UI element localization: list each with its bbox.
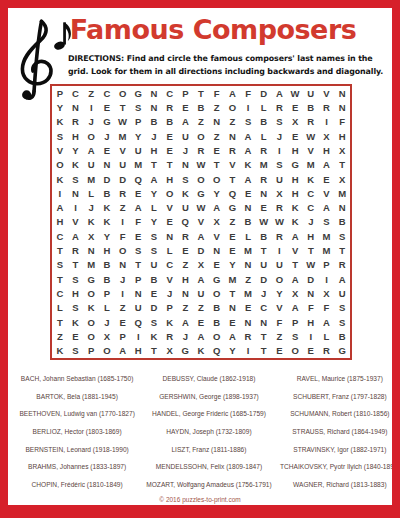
grid-cell[interactable]: R [303,115,319,129]
grid-cell[interactable]: O [52,158,68,172]
grid-cell[interactable]: Z [177,258,193,272]
grid-cell[interactable]: E [225,315,241,329]
grid-cell[interactable]: B [209,301,225,315]
grid-cell[interactable]: C [303,201,319,215]
grid-cell[interactable]: U [334,286,350,300]
grid-cell[interactable]: J [99,129,115,143]
grid-cell[interactable]: H [130,344,146,358]
grid-cell[interactable]: R [162,329,178,343]
grid-cell[interactable]: N [303,286,319,300]
grid-cell[interactable]: Z [115,201,131,215]
grid-cell[interactable]: K [287,215,303,229]
grid-cell[interactable]: Q [130,315,146,329]
grid-cell[interactable]: X [209,215,225,229]
grid-cell[interactable]: U [303,86,319,100]
grid-cell[interactable]: D [303,272,319,286]
grid-cell[interactable]: V [68,215,84,229]
grid-cell[interactable]: E [209,258,225,272]
grid-cell[interactable]: H [287,186,303,200]
grid-cell[interactable]: T [256,243,272,257]
grid-cell[interactable]: O [83,129,99,143]
grid-cell[interactable]: V [303,143,319,157]
grid-cell[interactable]: B [334,329,350,343]
grid-cell[interactable]: V [319,186,335,200]
grid-cell[interactable]: C [68,86,84,100]
grid-cell[interactable]: C [162,86,178,100]
grid-cell[interactable]: M [130,158,146,172]
grid-cell[interactable]: E [115,315,131,329]
grid-cell[interactable]: R [319,344,335,358]
grid-cell[interactable]: X [319,286,335,300]
grid-cell[interactable]: J [83,115,99,129]
grid-cell[interactable]: B [162,115,178,129]
grid-cell[interactable]: O [272,272,288,286]
grid-cell[interactable]: Z [193,301,209,315]
grid-cell[interactable]: O [287,344,303,358]
grid-cell[interactable]: G [99,115,115,129]
grid-cell[interactable]: Y [68,143,84,157]
grid-cell[interactable]: I [83,100,99,114]
grid-cell[interactable]: I [240,344,256,358]
grid-cell[interactable]: N [130,286,146,300]
grid-cell[interactable]: E [68,329,84,343]
grid-cell[interactable]: V [162,272,178,286]
grid-cell[interactable]: H [146,143,162,157]
grid-cell[interactable]: A [193,229,209,243]
grid-cell[interactable]: S [52,258,68,272]
grid-cell[interactable]: U [115,158,131,172]
grid-cell[interactable]: I [130,329,146,343]
grid-cell[interactable]: H [287,143,303,157]
grid-cell[interactable]: N [177,286,193,300]
grid-cell[interactable]: N [177,158,193,172]
grid-cell[interactable]: T [162,158,178,172]
grid-cell[interactable]: N [225,301,241,315]
grid-cell[interactable]: O [209,286,225,300]
grid-cell[interactable]: M [83,258,99,272]
grid-cell[interactable]: C [52,229,68,243]
grid-cell[interactable]: S [334,229,350,243]
grid-cell[interactable]: W [193,158,209,172]
grid-cell[interactable]: Z [52,329,68,343]
grid-cell[interactable]: R [68,115,84,129]
grid-cell[interactable]: P [177,86,193,100]
grid-cell[interactable]: L [319,329,335,343]
grid-cell[interactable]: R [162,100,178,114]
grid-cell[interactable]: G [225,201,241,215]
grid-cell[interactable]: T [209,158,225,172]
grid-cell[interactable]: P [99,286,115,300]
grid-cell[interactable]: T [146,158,162,172]
grid-cell[interactable]: B [146,115,162,129]
grid-cell[interactable]: A [193,272,209,286]
grid-cell[interactable]: B [146,272,162,286]
grid-cell[interactable]: J [146,129,162,143]
grid-cell[interactable]: Z [177,301,193,315]
grid-cell[interactable]: J [83,201,99,215]
grid-cell[interactable]: R [225,143,241,157]
grid-cell[interactable]: D [256,86,272,100]
grid-cell[interactable]: W [272,215,288,229]
grid-cell[interactable]: S [177,172,193,186]
grid-cell[interactable]: O [162,186,178,200]
grid-cell[interactable]: V [287,243,303,257]
grid-cell[interactable]: N [225,129,241,143]
grid-cell[interactable]: R [256,172,272,186]
grid-cell[interactable]: Y [225,344,241,358]
grid-cell[interactable]: L [146,201,162,215]
grid-cell[interactable]: X [319,129,335,143]
grid-cell[interactable]: A [193,329,209,343]
grid-cell[interactable]: K [68,158,84,172]
grid-cell[interactable]: N [240,201,256,215]
grid-cell[interactable]: H [162,172,178,186]
grid-cell[interactable]: K [240,158,256,172]
grid-cell[interactable]: X [334,172,350,186]
grid-cell[interactable]: E [130,229,146,243]
grid-cell[interactable]: A [146,172,162,186]
grid-cell[interactable]: T [68,258,84,272]
grid-cell[interactable]: L [52,301,68,315]
grid-cell[interactable]: V [209,229,225,243]
grid-cell[interactable]: B [334,215,350,229]
grid-cell[interactable]: N [162,229,178,243]
grid-cell[interactable]: N [209,115,225,129]
grid-cell[interactable]: S [68,301,84,315]
grid-cell[interactable]: Z [209,129,225,143]
grid-cell[interactable]: P [319,258,335,272]
grid-cell[interactable]: A [240,143,256,157]
grid-cell[interactable]: I [52,186,68,200]
grid-cell[interactable]: D [146,301,162,315]
grid-cell[interactable]: H [68,286,84,300]
grid-cell[interactable]: E [162,129,178,143]
grid-cell[interactable]: S [130,100,146,114]
grid-cell[interactable]: G [177,344,193,358]
grid-cell[interactable]: I [240,100,256,114]
grid-cell[interactable]: T [334,243,350,257]
grid-cell[interactable]: I [319,272,335,286]
grid-cell[interactable]: F [334,115,350,129]
grid-cell[interactable]: P [130,115,146,129]
grid-cell[interactable]: K [83,301,99,315]
grid-cell[interactable]: A [240,129,256,143]
grid-cell[interactable]: A [287,272,303,286]
grid-cell[interactable]: X [272,186,288,200]
grid-cell[interactable]: H [334,129,350,143]
grid-cell[interactable]: R [272,201,288,215]
grid-cell[interactable]: F [115,229,131,243]
grid-cell[interactable]: T [225,172,241,186]
grid-cell[interactable]: N [99,158,115,172]
grid-cell[interactable]: R [68,243,84,257]
grid-cell[interactable]: J [303,215,319,229]
grid-cell[interactable]: N [334,201,350,215]
grid-cell[interactable]: Y [146,215,162,229]
grid-cell[interactable]: E [240,301,256,315]
grid-cell[interactable]: V [193,215,209,229]
grid-cell[interactable]: K [287,201,303,215]
grid-cell[interactable]: G [334,344,350,358]
grid-cell[interactable]: A [319,315,335,329]
grid-cell[interactable]: Q [177,215,193,229]
grid-cell[interactable]: Y [272,286,288,300]
grid-cell[interactable]: R [115,186,131,200]
grid-cell[interactable]: B [99,272,115,286]
grid-cell[interactable]: M [334,186,350,200]
grid-cell[interactable]: E [287,100,303,114]
grid-cell[interactable]: U [177,129,193,143]
grid-cell[interactable]: C [52,286,68,300]
grid-cell[interactable]: S [319,215,335,229]
grid-cell[interactable]: T [256,329,272,343]
grid-cell[interactable]: S [287,329,303,343]
grid-cell[interactable]: Q [130,172,146,186]
grid-cell[interactable]: G [193,186,209,200]
grid-cell[interactable]: C [162,258,178,272]
grid-cell[interactable]: V [272,301,288,315]
grid-cell[interactable]: X [162,344,178,358]
grid-cell[interactable]: T [334,158,350,172]
grid-cell[interactable]: N [240,258,256,272]
grid-cell[interactable]: M [256,158,272,172]
grid-cell[interactable]: N [68,186,84,200]
grid-cell[interactable]: X [193,258,209,272]
grid-cell[interactable]: N [68,100,84,114]
grid-cell[interactable]: P [162,301,178,315]
grid-cell[interactable]: K [146,329,162,343]
grid-cell[interactable]: Q [209,344,225,358]
grid-cell[interactable]: D [193,243,209,257]
grid-cell[interactable]: L [256,100,272,114]
grid-cell[interactable]: S [146,243,162,257]
grid-cell[interactable]: T [287,258,303,272]
grid-cell[interactable]: X [334,143,350,157]
grid-cell[interactable]: V [162,201,178,215]
grid-cell[interactable]: O [225,100,241,114]
grid-cell[interactable]: B [240,215,256,229]
grid-cell[interactable]: X [99,329,115,343]
grid-cell[interactable]: T [303,243,319,257]
grid-cell[interactable]: F [319,301,335,315]
grid-cell[interactable]: M [319,229,335,243]
grid-cell[interactable]: A [319,158,335,172]
grid-cell[interactable]: E [303,344,319,358]
grid-cell[interactable]: A [68,229,84,243]
grid-cell[interactable]: S [334,301,350,315]
grid-cell[interactable]: K [68,315,84,329]
grid-cell[interactable]: U [83,158,99,172]
grid-cell[interactable]: E [209,143,225,157]
grid-cell[interactable]: G [209,272,225,286]
grid-cell[interactable]: K [52,344,68,358]
grid-cell[interactable]: C [256,301,272,315]
grid-cell[interactable]: B [256,229,272,243]
grid-cell[interactable]: D [99,172,115,186]
grid-cell[interactable]: O [115,86,131,100]
grid-cell[interactable]: W [115,115,131,129]
grid-cell[interactable]: F [272,315,288,329]
grid-cell[interactable]: C [99,86,115,100]
grid-cell[interactable]: D [115,172,131,186]
grid-cell[interactable]: K [177,186,193,200]
grid-cell[interactable]: L [99,301,115,315]
grid-cell[interactable]: Y [146,186,162,200]
grid-cell[interactable]: A [287,301,303,315]
grid-cell[interactable]: W [193,201,209,215]
grid-cell[interactable]: G [83,272,99,286]
grid-cell[interactable]: H [99,243,115,257]
grid-cell[interactable]: O [99,344,115,358]
grid-cell[interactable]: V [115,143,131,157]
grid-cell[interactable]: A [225,86,241,100]
grid-cell[interactable]: T [146,344,162,358]
grid-cell[interactable]: V [319,86,335,100]
grid-cell[interactable]: H [52,215,68,229]
grid-cell[interactable]: Z [225,215,241,229]
grid-cell[interactable]: K [193,344,209,358]
grid-cell[interactable]: S [68,344,84,358]
grid-cell[interactable]: K [303,172,319,186]
grid-cell[interactable]: R [193,143,209,157]
grid-cell[interactable]: K [162,315,178,329]
grid-cell[interactable]: E [272,344,288,358]
grid-cell[interactable]: F [240,86,256,100]
grid-cell[interactable]: T [115,100,131,114]
grid-cell[interactable]: R [334,258,350,272]
grid-cell[interactable]: E [319,172,335,186]
grid-cell[interactable]: Y [99,229,115,243]
grid-cell[interactable]: G [287,158,303,172]
grid-cell[interactable]: S [146,229,162,243]
grid-cell[interactable]: N [240,315,256,329]
grid-cell[interactable]: E [99,143,115,157]
grid-cell[interactable]: A [287,229,303,243]
grid-cell[interactable]: Y [52,100,68,114]
grid-cell[interactable]: E [287,129,303,143]
grid-cell[interactable]: W [303,129,319,143]
grid-cell[interactable]: U [146,258,162,272]
grid-cell[interactable]: S [68,172,84,186]
grid-cell[interactable]: M [319,243,335,257]
grid-cell[interactable]: J [162,286,178,300]
grid-cell[interactable]: T [52,315,68,329]
grid-cell[interactable]: S [240,115,256,129]
grid-cell[interactable]: N [256,315,272,329]
grid-cell[interactable]: L [162,243,178,257]
grid-cell[interactable]: R [256,143,272,157]
grid-cell[interactable]: Z [83,86,99,100]
grid-cell[interactable]: B [99,258,115,272]
grid-cell[interactable]: M [83,172,99,186]
grid-cell[interactable]: E [146,286,162,300]
grid-cell[interactable]: O [115,243,131,257]
grid-cell[interactable]: K [99,201,115,215]
grid-cell[interactable]: U [256,258,272,272]
grid-cell[interactable]: Z [209,100,225,114]
grid-cell[interactable]: A [177,315,193,329]
grid-cell[interactable]: A [130,201,146,215]
grid-cell[interactable]: S [272,115,288,129]
grid-cell[interactable]: W [303,258,319,272]
grid-cell[interactable]: E [225,229,241,243]
grid-cell[interactable]: I [319,115,335,129]
grid-cell[interactable]: N [256,186,272,200]
grid-cell[interactable]: A [334,272,350,286]
grid-cell[interactable]: R [272,100,288,114]
grid-cell[interactable]: M [303,158,319,172]
grid-cell[interactable]: J [99,315,115,329]
grid-cell[interactable]: U [272,172,288,186]
grid-cell[interactable]: O [83,286,99,300]
grid-cell[interactable]: T [52,243,68,257]
grid-cell[interactable]: N [115,258,131,272]
grid-cell[interactable]: T [225,286,241,300]
grid-cell[interactable]: M [115,129,131,143]
grid-cell[interactable]: H [319,143,335,157]
grid-cell[interactable]: V [225,158,241,172]
grid-cell[interactable]: I [272,143,288,157]
grid-cell[interactable]: H [177,272,193,286]
grid-cell[interactable]: E [256,201,272,215]
grid-cell[interactable]: F [303,301,319,315]
grid-cell[interactable]: Z [240,272,256,286]
grid-cell[interactable]: R [319,100,335,114]
grid-cell[interactable]: P [52,86,68,100]
grid-cell[interactable]: Q [225,186,241,200]
grid-cell[interactable]: L [83,186,99,200]
grid-cell[interactable]: A [225,329,241,343]
grid-cell[interactable]: N [209,243,225,257]
grid-cell[interactable]: V [52,143,68,157]
grid-cell[interactable]: F [209,86,225,100]
grid-cell[interactable]: J [256,286,272,300]
grid-cell[interactable]: U [272,258,288,272]
grid-cell[interactable]: I [303,329,319,343]
grid-cell[interactable]: S [272,158,288,172]
grid-cell[interactable]: H [303,315,319,329]
grid-cell[interactable]: M [225,272,241,286]
grid-cell[interactable]: A [272,86,288,100]
grid-cell[interactable]: B [193,100,209,114]
grid-cell[interactable]: N [334,100,350,114]
grid-cell[interactable]: R [272,229,288,243]
grid-cell[interactable]: Z [225,115,241,129]
grid-cell[interactable]: Y [130,129,146,143]
grid-cell[interactable]: I [68,201,84,215]
grid-cell[interactable]: U [130,301,146,315]
grid-cell[interactable]: J [177,143,193,157]
grid-cell[interactable]: Y [209,186,225,200]
grid-cell[interactable]: B [209,315,225,329]
grid-cell[interactable]: S [334,315,350,329]
grid-cell[interactable]: B [256,115,272,129]
grid-cell[interactable]: P [130,272,146,286]
grid-cell[interactable]: H [287,172,303,186]
grid-cell[interactable]: O [83,315,99,329]
grid-cell[interactable]: E [99,100,115,114]
grid-cell[interactable]: S [130,243,146,257]
grid-cell[interactable]: A [83,143,99,157]
grid-cell[interactable]: Z [272,329,288,343]
grid-cell[interactable]: R [240,329,256,343]
grid-cell[interactable]: O [193,172,209,186]
grid-cell[interactable]: X [287,115,303,129]
grid-cell[interactable]: O [209,172,225,186]
grid-cell[interactable]: N [83,243,99,257]
grid-cell[interactable]: I [272,243,288,257]
grid-cell[interactable]: N [146,100,162,114]
